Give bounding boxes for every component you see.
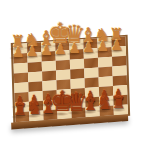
piece-wP-g2[interactable]: ♟ — [26, 44, 39, 58]
piece-wP-h2[interactable]: ♟ — [12, 45, 25, 59]
piece-wP-b2[interactable]: ♟ — [96, 39, 109, 53]
piece-wP-c2[interactable]: ♟ — [82, 40, 95, 54]
piece-wP-d2[interactable]: ♟ — [68, 41, 81, 55]
piece-bN-b8[interactable]: ♞ — [96, 94, 112, 112]
chess-photo-scene: ♜♞♝♚♛♝♞♜♟♟♟♟♟♟♟♟♟♟♟♟♟♟♟♟♜♞♝♚♛♝♞♜ — [0, 0, 150, 150]
piece-bR-a8[interactable]: ♜ — [111, 95, 125, 111]
piece-wP-a2[interactable]: ♟ — [110, 38, 123, 52]
pieces-layer: ♜♞♝♚♛♝♞♜♟♟♟♟♟♟♟♟♟♟♟♟♟♟♟♟♜♞♝♚♛♝♞♜ — [0, 0, 150, 150]
piece-wP-e2[interactable]: ♟ — [54, 42, 67, 56]
piece-wP-f2[interactable]: ♟ — [40, 43, 53, 57]
